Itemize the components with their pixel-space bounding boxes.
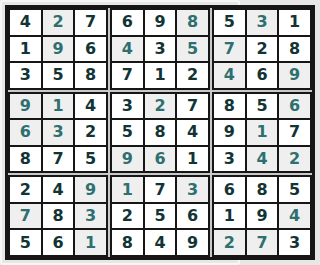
cell-r3c7[interactable]: 4 (214, 63, 240, 88)
cell-r1c1[interactable]: 4 (10, 10, 41, 35)
cell-r7c5[interactable]: 7 (145, 177, 176, 202)
cell-r3c4[interactable]: 7 (112, 63, 143, 88)
cell-r3c3[interactable]: 8 (75, 63, 106, 88)
box-6: 856917342 (212, 92, 240, 174)
cell-r9c7[interactable]: 2 (214, 230, 240, 255)
cell-r1c7[interactable]: 5 (214, 10, 240, 35)
cell-r5c5[interactable]: 8 (145, 120, 176, 145)
cell-r2c3[interactable]: 6 (75, 37, 106, 62)
cell-r7c1[interactable]: 2 (10, 177, 41, 202)
cell-r2c4[interactable]: 4 (112, 37, 143, 62)
box-8: 173256849 (110, 175, 210, 257)
cell-r3c2[interactable]: 5 (43, 63, 74, 88)
box-9: 685194273 (212, 175, 240, 257)
cell-r5c2[interactable]: 3 (43, 120, 74, 145)
cell-r4c2[interactable]: 1 (43, 94, 74, 119)
cell-r1c3[interactable]: 7 (75, 10, 106, 35)
box-2: 698435712 (110, 8, 210, 90)
cell-r1c6[interactable]: 8 (177, 10, 208, 35)
cell-r6c1[interactable]: 8 (10, 147, 41, 172)
cell-r3c1[interactable]: 3 (10, 63, 41, 88)
cell-r9c3[interactable]: 1 (75, 230, 106, 255)
box-1: 427196358 (8, 8, 108, 90)
cell-r4c5[interactable]: 2 (145, 94, 176, 119)
cell-r8c6[interactable]: 6 (177, 204, 208, 229)
cell-r5c3[interactable]: 2 (75, 120, 106, 145)
cell-r2c2[interactable]: 9 (43, 37, 74, 62)
cell-r8c7[interactable]: 1 (214, 204, 240, 229)
sudoku-board: 4271963586984357125317284699146328753275… (5, 5, 240, 260)
cell-r4c4[interactable]: 3 (112, 94, 143, 119)
cell-r9c5[interactable]: 4 (145, 230, 176, 255)
box-3: 531728469 (212, 8, 240, 90)
cell-r2c1[interactable]: 1 (10, 37, 41, 62)
cell-r8c3[interactable]: 3 (75, 204, 106, 229)
cell-r7c6[interactable]: 3 (177, 177, 208, 202)
cell-r4c1[interactable]: 9 (10, 94, 41, 119)
cell-r5c7[interactable]: 9 (214, 120, 240, 145)
cell-r6c2[interactable]: 7 (43, 147, 74, 172)
cell-r7c2[interactable]: 4 (43, 177, 74, 202)
cell-r6c3[interactable]: 5 (75, 147, 106, 172)
cell-r9c2[interactable]: 6 (43, 230, 74, 255)
sudoku-frame: 4271963586984357125317284699146328753275… (0, 0, 240, 265)
cell-r7c7[interactable]: 6 (214, 177, 240, 202)
box-7: 249783561 (8, 175, 108, 257)
cell-r6c4[interactable]: 9 (112, 147, 143, 172)
cell-r1c5[interactable]: 9 (145, 10, 176, 35)
cell-r2c7[interactable]: 7 (214, 37, 240, 62)
cell-r4c3[interactable]: 4 (75, 94, 106, 119)
cell-r6c7[interactable]: 3 (214, 147, 240, 172)
cell-r6c6[interactable]: 1 (177, 147, 208, 172)
cell-r1c4[interactable]: 6 (112, 10, 143, 35)
cell-r4c6[interactable]: 7 (177, 94, 208, 119)
box-4: 914632875 (8, 92, 108, 174)
cell-r7c4[interactable]: 1 (112, 177, 143, 202)
cell-r3c5[interactable]: 1 (145, 63, 176, 88)
cell-r8c5[interactable]: 5 (145, 204, 176, 229)
cell-r5c6[interactable]: 4 (177, 120, 208, 145)
cell-r2c5[interactable]: 3 (145, 37, 176, 62)
cell-r9c4[interactable]: 8 (112, 230, 143, 255)
cell-r7c3[interactable]: 9 (75, 177, 106, 202)
cell-r9c1[interactable]: 5 (10, 230, 41, 255)
cell-r5c4[interactable]: 5 (112, 120, 143, 145)
cell-r4c7[interactable]: 8 (214, 94, 240, 119)
cell-r5c1[interactable]: 6 (10, 120, 41, 145)
cell-r8c2[interactable]: 8 (43, 204, 74, 229)
cell-r1c2[interactable]: 2 (43, 10, 74, 35)
cell-r2c6[interactable]: 5 (177, 37, 208, 62)
cell-r3c6[interactable]: 2 (177, 63, 208, 88)
box-5: 327584961 (110, 92, 210, 174)
cell-r6c5[interactable]: 6 (145, 147, 176, 172)
cell-r8c1[interactable]: 7 (10, 204, 41, 229)
cell-r8c4[interactable]: 2 (112, 204, 143, 229)
cell-r9c6[interactable]: 9 (177, 230, 208, 255)
